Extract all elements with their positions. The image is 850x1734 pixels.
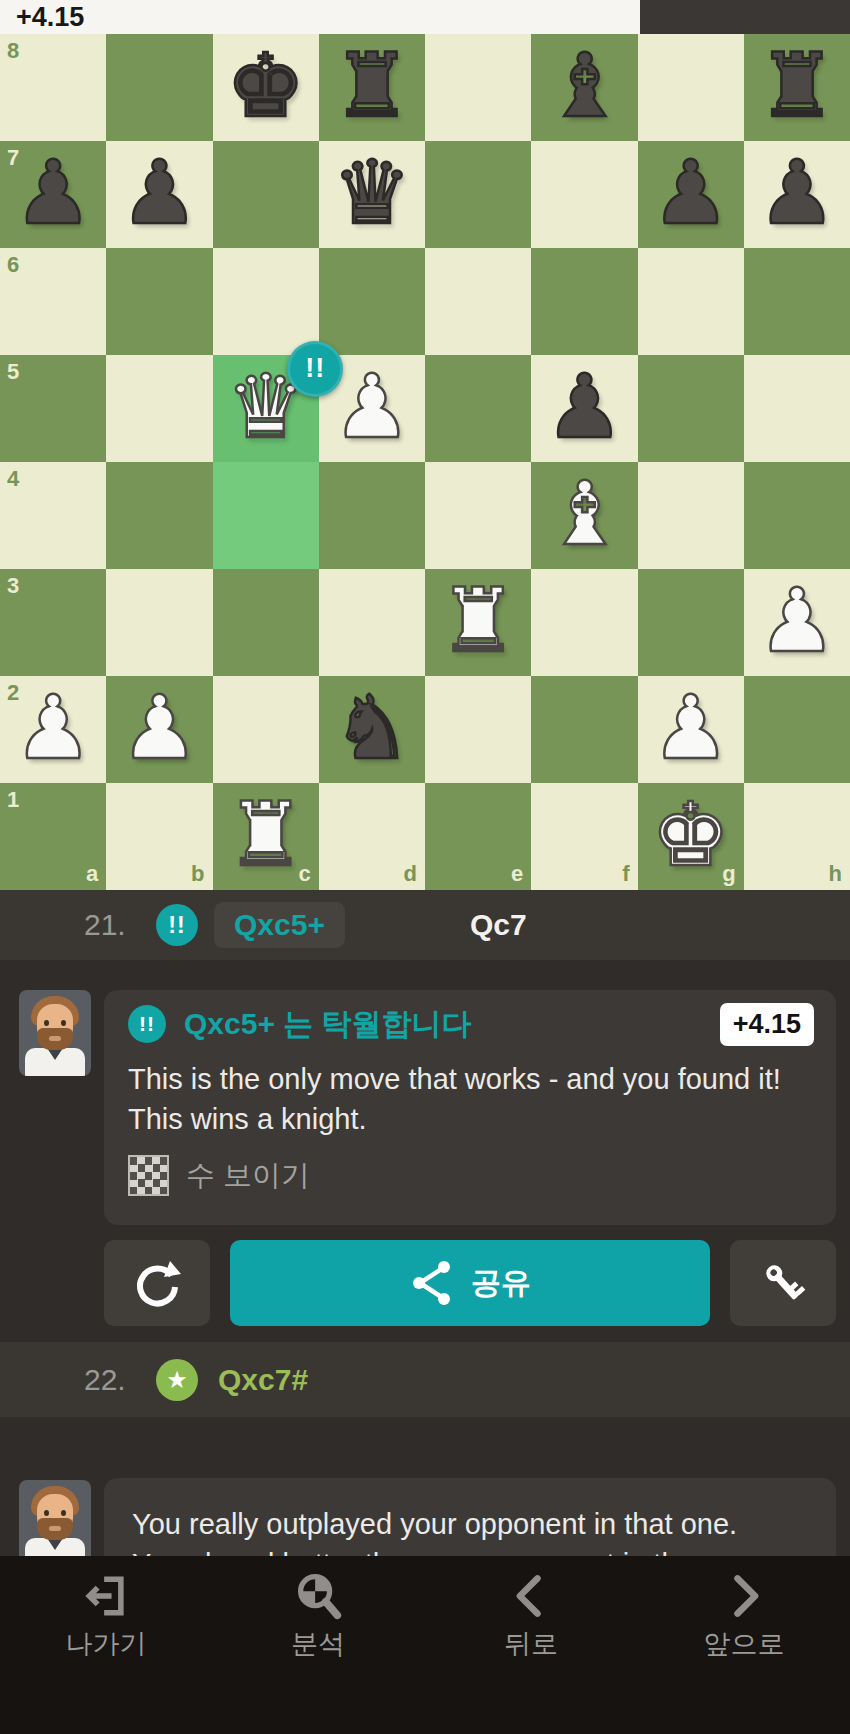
square-a5[interactable]: 5 [0, 355, 106, 462]
avatar-mouth [49, 1036, 61, 1041]
comment-body-line2: This wins a knight. [128, 1099, 814, 1139]
square-a6[interactable]: 6 [0, 248, 106, 355]
square-c1[interactable]: c♜ [213, 783, 319, 890]
square-c2[interactable] [213, 676, 319, 783]
comment-body: You really outplayed your opponent in th… [132, 1504, 812, 1556]
action-buttons-row: 공유 [0, 1240, 850, 1326]
comment-title-row: !! Qxc5+ 는 탁월합니다 +4.15 [128, 1003, 814, 1045]
square-d6[interactable] [319, 248, 425, 355]
nav-item-analysis[interactable]: 분석 [212, 1556, 424, 1666]
piece-black-p-h7[interactable]: ♟ [744, 141, 850, 248]
square-f1[interactable]: f [531, 783, 637, 890]
square-e3[interactable]: ♜ [425, 569, 531, 676]
square-g2[interactable]: ♟ [638, 676, 744, 783]
square-b5[interactable] [106, 355, 212, 462]
move-row-21: 21. !! Qxc5+ Qc7 [0, 890, 850, 960]
coach-avatar [19, 1480, 91, 1556]
piece-black-p-a7[interactable]: ♟ [0, 141, 106, 248]
file-label-e: e [511, 861, 523, 887]
best-move-icon: ★ [156, 1359, 198, 1401]
square-e8[interactable] [425, 34, 531, 141]
piece-black-q-d7[interactable]: ♛ [319, 141, 425, 248]
eval-badge: +4.15 [720, 1003, 814, 1046]
square-b7[interactable]: ♟ [106, 141, 212, 248]
comment-body-line1: This is the only move that works - and y… [128, 1059, 814, 1099]
evaluation-bar: +4.15 [0, 0, 850, 34]
square-g8[interactable] [638, 34, 744, 141]
nav-label-back: 뒤로 [504, 1626, 558, 1662]
square-b2[interactable]: ♟ [106, 676, 212, 783]
square-c6[interactable] [213, 248, 319, 355]
square-g3[interactable] [638, 569, 744, 676]
bottom-nav-bar: 나가기 분석 뒤로 앞으로 [0, 1556, 850, 1734]
piece-white-p-h3[interactable]: ♟ [744, 569, 850, 676]
square-a3[interactable]: 3 [0, 569, 106, 676]
avatar-eye-right [61, 1020, 66, 1026]
square-h8[interactable]: ♜ [744, 34, 850, 141]
square-f7[interactable] [531, 141, 637, 248]
square-b8[interactable] [106, 34, 212, 141]
square-g6[interactable] [638, 248, 744, 355]
brilliant-move-icon: !! [156, 904, 198, 946]
square-a1[interactable]: 1a [0, 783, 106, 890]
share-label: 공유 [471, 1263, 531, 1304]
square-g4[interactable] [638, 462, 744, 569]
move-number: 22. [84, 1363, 140, 1397]
comment-title: Qxc5+ 는 탁월합니다 [184, 1004, 472, 1045]
nav-item-back[interactable]: 뒤로 [425, 1556, 637, 1666]
square-e7[interactable] [425, 141, 531, 248]
square-g5[interactable] [638, 355, 744, 462]
square-f4[interactable]: ♝ [531, 462, 637, 569]
square-h6[interactable] [744, 248, 850, 355]
evaluation-value: +4.15 [16, 0, 84, 34]
square-f8[interactable]: ♝ [531, 34, 637, 141]
square-d8[interactable]: ♜ [319, 34, 425, 141]
evaluation-bar-black-segment [640, 0, 850, 34]
piece-white-p-g2[interactable]: ♟ [638, 676, 744, 783]
piece-white-r-c1[interactable]: ♜ [213, 783, 319, 890]
square-d7[interactable]: ♛ [319, 141, 425, 248]
square-d3[interactable] [319, 569, 425, 676]
square-h3[interactable]: ♟ [744, 569, 850, 676]
coach-comment-bubble: You really outplayed your opponent in th… [104, 1478, 836, 1556]
avatar-eye-right [61, 1510, 66, 1516]
key-button[interactable] [730, 1240, 836, 1326]
comment-body: This is the only move that works - and y… [128, 1059, 814, 1139]
file-label-f: f [622, 861, 629, 887]
square-h4[interactable] [744, 462, 850, 569]
square-c8[interactable]: ♚ [213, 34, 319, 141]
nav-item-forward[interactable]: 앞으로 [638, 1556, 850, 1666]
square-h1[interactable]: h [744, 783, 850, 890]
piece-white-k-g1[interactable]: ♚ [638, 783, 744, 890]
nav-item-exit[interactable]: 나가기 [0, 1556, 212, 1666]
square-d1[interactable]: d [319, 783, 425, 890]
square-f2[interactable] [531, 676, 637, 783]
retry-icon [131, 1257, 183, 1309]
file-label-h: h [829, 861, 842, 887]
piece-black-p-g7[interactable]: ♟ [638, 141, 744, 248]
square-f6[interactable] [531, 248, 637, 355]
show-moves-button[interactable]: 수 보이기 [128, 1155, 814, 1196]
file-label-a: a [86, 861, 98, 887]
nav-label-exit: 나가기 [66, 1626, 147, 1662]
black-move-21[interactable]: Qc7 [470, 908, 527, 942]
key-icon [757, 1257, 809, 1309]
square-c4[interactable] [213, 462, 319, 569]
nav-label-analysis: 분석 [291, 1626, 345, 1662]
rank-label-4: 4 [7, 466, 19, 492]
retry-button[interactable] [104, 1240, 210, 1326]
square-b1[interactable]: b [106, 783, 212, 890]
brilliant-badge-icon: !! [128, 1005, 166, 1043]
share-icon [409, 1259, 455, 1307]
avatar-eye-left [44, 1020, 49, 1026]
piece-white-p-b2[interactable]: ♟ [106, 676, 212, 783]
square-a2[interactable]: 2♟ [0, 676, 106, 783]
move-number: 21. [84, 908, 140, 942]
square-a8[interactable]: 8 [0, 34, 106, 141]
square-c3[interactable] [213, 569, 319, 676]
file-label-b: b [191, 861, 204, 887]
piece-black-b-f8[interactable]: ♝ [531, 34, 637, 141]
square-c7[interactable] [213, 141, 319, 248]
comment-section-22: You really outplayed your opponent in th… [0, 1417, 850, 1556]
piece-white-r-e3[interactable]: ♜ [425, 569, 531, 676]
square-h7[interactable]: ♟ [744, 141, 850, 248]
square-h5[interactable] [744, 355, 850, 462]
piece-white-b-f4[interactable]: ♝ [531, 462, 637, 569]
analysis-icon [291, 1570, 345, 1622]
piece-black-k-c8[interactable]: ♚ [213, 34, 319, 141]
square-e1[interactable]: e [425, 783, 531, 890]
exit-icon [80, 1570, 132, 1622]
square-g7[interactable]: ♟ [638, 141, 744, 248]
white-move-22[interactable]: Qxc7# [218, 1363, 308, 1397]
comment-body-line1: You really outplayed your opponent in th… [132, 1504, 812, 1544]
piece-black-n-d2[interactable]: ♞ [319, 676, 425, 783]
avatar-mouth [49, 1526, 61, 1531]
piece-black-r-d8[interactable]: ♜ [319, 34, 425, 141]
brilliant-move-badge: !! [287, 341, 343, 397]
square-a4[interactable]: 4 [0, 462, 106, 569]
rank-label-6: 6 [7, 252, 19, 278]
piece-black-r-h8[interactable]: ♜ [744, 34, 850, 141]
comment-body-line2: You played better than your opponent in … [132, 1544, 812, 1556]
coach-comment-bubble: !! Qxc5+ 는 탁월합니다 +4.15 This is the only … [104, 990, 836, 1225]
nav-label-forward: 앞으로 [704, 1626, 785, 1662]
white-move-21[interactable]: Qxc5+ [214, 902, 345, 948]
share-button[interactable]: 공유 [230, 1240, 710, 1326]
coach-avatar [19, 990, 91, 1076]
square-f3[interactable] [531, 569, 637, 676]
square-d4[interactable] [319, 462, 425, 569]
square-e2[interactable] [425, 676, 531, 783]
square-g1[interactable]: g♚ [638, 783, 744, 890]
piece-white-p-a2[interactable]: ♟ [0, 676, 106, 783]
square-b6[interactable] [106, 248, 212, 355]
square-d2[interactable]: ♞ [319, 676, 425, 783]
move-row-22: 22. ★ Qxc7# [0, 1342, 850, 1417]
avatar-eye-left [44, 1510, 49, 1516]
square-e5[interactable] [425, 355, 531, 462]
piece-black-p-b7[interactable]: ♟ [106, 141, 212, 248]
square-b4[interactable] [106, 462, 212, 569]
square-b3[interactable] [106, 569, 212, 676]
mini-board-icon [128, 1155, 169, 1196]
show-moves-label: 수 보이기 [186, 1156, 310, 1196]
rank-label-5: 5 [7, 359, 19, 385]
square-h2[interactable] [744, 676, 850, 783]
file-label-d: d [404, 861, 417, 887]
rank-label-3: 3 [7, 573, 19, 599]
chevron-right-icon [718, 1570, 770, 1622]
chess-board[interactable]: 8♚♜♝♜7♟♟♛♟♟65♛♟♟4♝3♜♟2♟♟♞♟1abc♜defg♚h!! [0, 34, 850, 890]
rank-label-1: 1 [7, 787, 19, 813]
chevron-left-icon [505, 1570, 557, 1622]
rank-label-8: 8 [7, 38, 19, 64]
piece-black-p-f5[interactable]: ♟ [531, 355, 637, 462]
square-a7[interactable]: 7♟ [0, 141, 106, 248]
square-f5[interactable]: ♟ [531, 355, 637, 462]
square-e4[interactable] [425, 462, 531, 569]
square-e6[interactable] [425, 248, 531, 355]
